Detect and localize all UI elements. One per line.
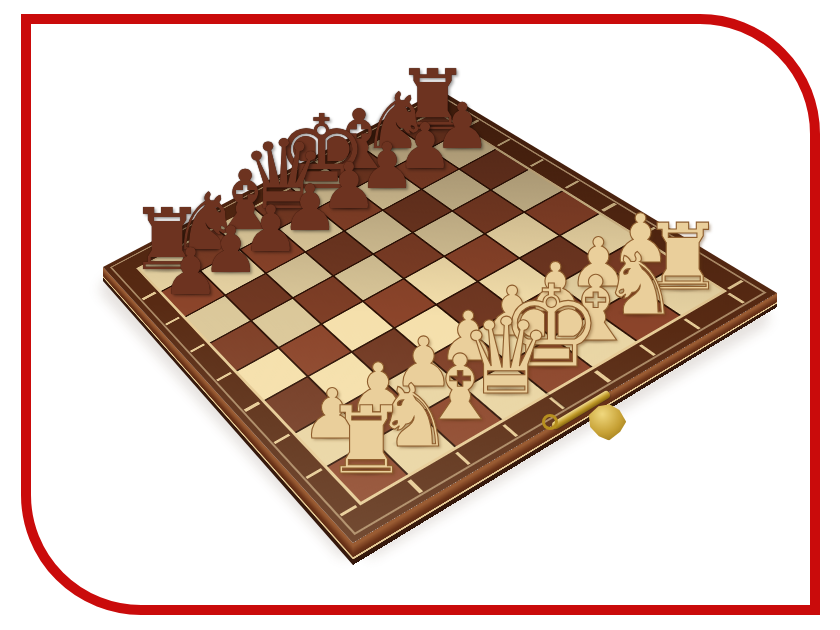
chess-set-photo: ♜♞♝♛♚♝♞♜♟♟♟♟♟♟♟♟♟♟♟♟♟♟♟♟♜♞♝♛♚♝♞♜ (0, 0, 840, 630)
product-photo-page: ♜♞♝♛♚♝♞♜♟♟♟♟♟♟♟♟♟♟♟♟♟♟♟♟♜♞♝♛♚♝♞♜ Wooden … (0, 0, 840, 630)
clasp-ring (542, 414, 558, 430)
brass-clasp (542, 390, 652, 475)
chess-board (103, 90, 777, 543)
